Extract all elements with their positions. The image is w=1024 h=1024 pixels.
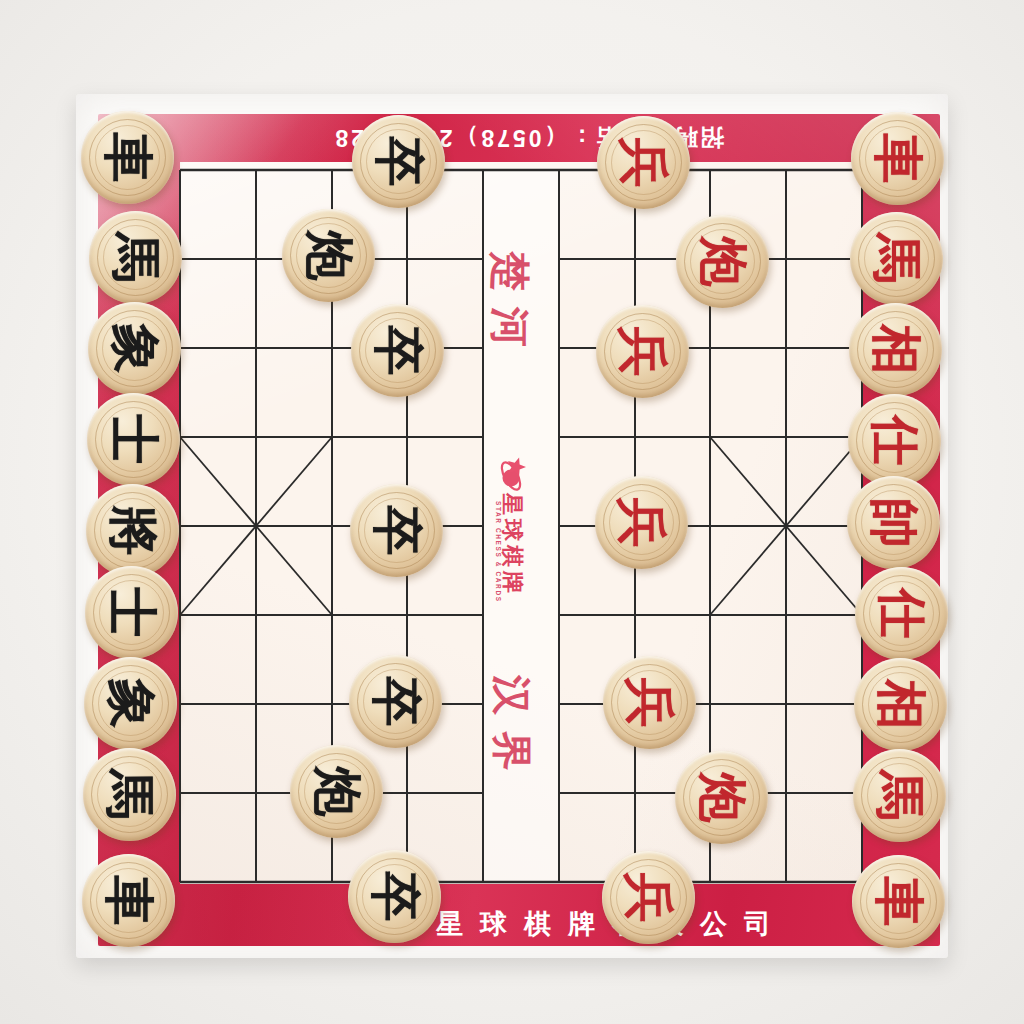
- piece-character: 卒: [352, 115, 445, 208]
- top-banner-text: 招聘 电话：（0578）25169 28: [268, 122, 788, 153]
- piece-black-advisor[interactable]: 士: [87, 393, 180, 486]
- piece-red-soldier[interactable]: 兵: [596, 305, 689, 398]
- piece-black-soldier[interactable]: 卒: [349, 655, 442, 748]
- river-label-han-jie-text: 汉界: [490, 675, 534, 787]
- piece-character: 士: [87, 393, 180, 486]
- piece-character: 兵: [595, 476, 688, 569]
- piece-character: 兵: [603, 656, 696, 749]
- piece-red-soldier[interactable]: 兵: [595, 476, 688, 569]
- piece-black-elephant[interactable]: 象: [84, 657, 177, 750]
- river-label-han-jie: 汉界: [489, 656, 535, 806]
- river-label-chu-he-text: 楚河: [488, 251, 532, 363]
- piece-character: 兵: [596, 305, 689, 398]
- piece-black-advisor[interactable]: 士: [85, 566, 178, 659]
- piece-character: 車: [82, 854, 175, 947]
- piece-red-soldier[interactable]: 兵: [597, 116, 690, 209]
- piece-character: 相: [849, 303, 942, 396]
- piece-black-general[interactable]: 將: [86, 484, 179, 577]
- piece-character: 炮: [290, 745, 383, 838]
- piece-black-soldier[interactable]: 卒: [350, 484, 443, 577]
- piece-character: 炮: [676, 215, 769, 308]
- piece-character: 炮: [282, 209, 375, 302]
- piece-red-cannon[interactable]: 炮: [675, 751, 768, 844]
- piece-black-cannon[interactable]: 炮: [282, 209, 375, 302]
- piece-character: 馬: [853, 749, 946, 842]
- piece-red-horse[interactable]: 馬: [853, 749, 946, 842]
- piece-character: 相: [854, 658, 947, 751]
- piece-character: 馬: [89, 211, 182, 304]
- piece-red-advisor[interactable]: 仕: [848, 394, 941, 487]
- photo-stage: 楚河 汉界 星球棋牌 STAR CHESS & CARDS 招聘 电话：（057…: [0, 0, 1024, 1024]
- piece-character: 車: [81, 111, 174, 204]
- piece-red-horse[interactable]: 馬: [850, 212, 943, 305]
- piece-red-chariot[interactable]: 車: [851, 112, 944, 205]
- piece-black-chariot[interactable]: 車: [82, 854, 175, 947]
- piece-black-elephant[interactable]: 象: [88, 302, 181, 395]
- piece-red-general[interactable]: 帥: [847, 476, 940, 569]
- piece-red-elephant[interactable]: 相: [854, 658, 947, 751]
- piece-character: 帥: [847, 476, 940, 569]
- brand-logo: 星球棋牌 STAR CHESS & CARDS: [490, 457, 534, 627]
- piece-character: 馬: [850, 212, 943, 305]
- piece-character: 卒: [349, 655, 442, 748]
- piece-red-advisor[interactable]: 仕: [855, 567, 948, 660]
- star-planet-logo-icon: [494, 457, 530, 493]
- piece-character: 馬: [83, 748, 176, 841]
- piece-character: 兵: [597, 116, 690, 209]
- river-label-chu-he: 楚河: [487, 232, 533, 382]
- piece-character: 將: [86, 484, 179, 577]
- piece-character: 象: [88, 302, 181, 395]
- piece-character: 仕: [848, 394, 941, 487]
- piece-character: 卒: [350, 484, 443, 577]
- piece-character: 車: [851, 112, 944, 205]
- piece-black-cannon[interactable]: 炮: [290, 745, 383, 838]
- piece-black-chariot[interactable]: 車: [81, 111, 174, 204]
- piece-character: 炮: [675, 751, 768, 844]
- piece-character: 士: [85, 566, 178, 659]
- brand-logo-en: STAR CHESS & CARDS: [495, 501, 502, 603]
- piece-black-soldier[interactable]: 卒: [351, 304, 444, 397]
- piece-black-soldier[interactable]: 卒: [352, 115, 445, 208]
- piece-character: 兵: [602, 851, 695, 944]
- piece-character: 車: [852, 855, 945, 948]
- piece-black-horse[interactable]: 馬: [89, 211, 182, 304]
- piece-black-soldier[interactable]: 卒: [348, 850, 441, 943]
- piece-red-chariot[interactable]: 車: [852, 855, 945, 948]
- piece-red-soldier[interactable]: 兵: [602, 851, 695, 944]
- piece-character: 卒: [348, 850, 441, 943]
- piece-red-elephant[interactable]: 相: [849, 303, 942, 396]
- piece-red-soldier[interactable]: 兵: [603, 656, 696, 749]
- piece-black-horse[interactable]: 馬: [83, 748, 176, 841]
- piece-character: 象: [84, 657, 177, 750]
- piece-red-cannon[interactable]: 炮: [676, 215, 769, 308]
- piece-character: 仕: [855, 567, 948, 660]
- piece-character: 卒: [351, 304, 444, 397]
